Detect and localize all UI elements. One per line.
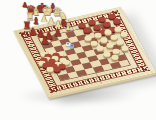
chess-piece-red-B: ♝ [32,16,41,26]
checker-disc-white [115,27,122,32]
checker-disc-red [104,22,111,27]
checker-disc-white [91,41,98,46]
pieces-layer: ♟♛♚♝♝♚♛♞♜♟♟♟♝♝♜♞♟♟♟♟♟ [0,0,156,120]
checker-disc-white [101,38,108,43]
checker-disc-red [109,14,116,19]
checker-disc-red [54,67,61,72]
checker-disc-white [111,35,118,40]
checker-disc-white [104,52,111,57]
chess-piece-red-P: ♟ [54,28,63,38]
scene: ♟♛♚♝♝♚♛♞♜♟♟♟♝♝♜♞♟♟♟♟♟ [0,0,156,120]
checker-disc-white [117,40,124,45]
die [70,44,74,48]
checker-disc-white [105,30,112,35]
chess-piece-red-P: ♟ [40,35,50,46]
checker-disc-red [94,25,101,30]
checker-disc-red [84,28,91,33]
chess-piece-cream-B: ♝ [64,22,73,32]
checker-disc-white [122,46,129,51]
checker-disc-white [107,43,114,48]
checker-disc-red [89,20,96,25]
checker-disc-red [114,19,121,24]
checker-disc-white [113,49,120,54]
checker-disc-white [47,67,54,72]
checker-disc-white [97,46,104,51]
checker-disc-white [85,36,92,41]
checker-disc-white [121,32,128,37]
checker-disc-red [99,17,106,22]
checker-disc-red [79,23,86,28]
checker-disc-white [112,55,119,60]
checker-disc-white [95,33,102,38]
